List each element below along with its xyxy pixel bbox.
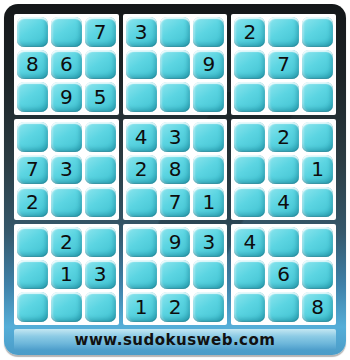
cell-r5c3[interactable]	[85, 155, 116, 185]
cell-r2c1[interactable]: 8	[17, 50, 48, 80]
cell-r3c3[interactable]: 5	[85, 82, 116, 112]
cell-r1c1[interactable]	[17, 17, 48, 47]
cell-r7c2[interactable]: 2	[51, 227, 82, 257]
cell-r8c4[interactable]	[126, 260, 157, 290]
cell-r7c1[interactable]	[17, 227, 48, 257]
cell-r8c2[interactable]: 1	[51, 260, 82, 290]
cell-r3c8[interactable]	[268, 82, 299, 112]
cell-r2c4[interactable]	[126, 50, 157, 80]
cell-r8c9[interactable]	[302, 260, 333, 290]
cell-r8c6[interactable]	[193, 260, 224, 290]
cell-r4c9[interactable]	[302, 122, 333, 152]
box-9: 468	[231, 224, 336, 325]
cell-r2c3[interactable]	[85, 50, 116, 80]
board-frame: 7869539277324328712142139312468 www.sudo…	[4, 4, 346, 355]
cell-r5c6[interactable]	[193, 155, 224, 185]
cell-r3c9[interactable]	[302, 82, 333, 112]
cell-r8c1[interactable]	[17, 260, 48, 290]
cell-r5c5[interactable]: 8	[160, 155, 191, 185]
cell-r6c3[interactable]	[85, 187, 116, 217]
cell-r1c7[interactable]: 2	[234, 17, 265, 47]
box-5: 432871	[123, 119, 228, 220]
sudoku-board: 7869539277324328712142139312468	[14, 14, 336, 325]
cell-r1c5[interactable]	[160, 17, 191, 47]
cell-r8c7[interactable]	[234, 260, 265, 290]
cell-r7c4[interactable]	[126, 227, 157, 257]
cell-r5c7[interactable]	[234, 155, 265, 185]
cell-r1c4[interactable]: 3	[126, 17, 157, 47]
cell-r7c8[interactable]	[268, 227, 299, 257]
cell-r7c6[interactable]: 3	[193, 227, 224, 257]
cell-r3c5[interactable]	[160, 82, 191, 112]
box-1: 78695	[14, 14, 119, 115]
cell-r4c7[interactable]	[234, 122, 265, 152]
cell-r9c4[interactable]: 1	[126, 292, 157, 322]
cell-r5c4[interactable]: 2	[126, 155, 157, 185]
cell-r9c3[interactable]	[85, 292, 116, 322]
box-4: 732	[14, 119, 119, 220]
site-link[interactable]: www.sudokusweb.com	[75, 331, 276, 349]
cell-r1c6[interactable]	[193, 17, 224, 47]
cell-r4c2[interactable]	[51, 122, 82, 152]
cell-r1c8[interactable]	[268, 17, 299, 47]
box-8: 9312	[123, 224, 228, 325]
cell-r1c2[interactable]	[51, 17, 82, 47]
cell-r6c6[interactable]: 1	[193, 187, 224, 217]
cell-r2c2[interactable]: 6	[51, 50, 82, 80]
cell-r6c9[interactable]	[302, 187, 333, 217]
cell-r4c8[interactable]: 2	[268, 122, 299, 152]
cell-r3c1[interactable]	[17, 82, 48, 112]
box-6: 214	[231, 119, 336, 220]
box-2: 39	[123, 14, 228, 115]
cell-r1c9[interactable]	[302, 17, 333, 47]
cell-r1c3[interactable]: 7	[85, 17, 116, 47]
cell-r7c5[interactable]: 9	[160, 227, 191, 257]
cell-r6c8[interactable]: 4	[268, 187, 299, 217]
cell-r3c2[interactable]: 9	[51, 82, 82, 112]
cell-r2c9[interactable]	[302, 50, 333, 80]
footer-strip: www.sudokusweb.com	[14, 329, 336, 350]
cell-r5c1[interactable]: 7	[17, 155, 48, 185]
cell-r4c6[interactable]	[193, 122, 224, 152]
cell-r7c3[interactable]	[85, 227, 116, 257]
cell-r9c8[interactable]	[268, 292, 299, 322]
cell-r6c4[interactable]	[126, 187, 157, 217]
cell-r9c5[interactable]: 2	[160, 292, 191, 322]
cell-r6c7[interactable]	[234, 187, 265, 217]
cell-r9c9[interactable]: 8	[302, 292, 333, 322]
cell-r6c5[interactable]: 7	[160, 187, 191, 217]
cell-r7c9[interactable]	[302, 227, 333, 257]
cell-r4c5[interactable]: 3	[160, 122, 191, 152]
cell-r4c4[interactable]: 4	[126, 122, 157, 152]
cell-r2c6[interactable]: 9	[193, 50, 224, 80]
cell-r9c2[interactable]	[51, 292, 82, 322]
cell-r8c5[interactable]	[160, 260, 191, 290]
cell-r4c1[interactable]	[17, 122, 48, 152]
cell-r2c7[interactable]	[234, 50, 265, 80]
cell-r6c1[interactable]: 2	[17, 187, 48, 217]
cell-r7c7[interactable]: 4	[234, 227, 265, 257]
cell-r8c3[interactable]: 3	[85, 260, 116, 290]
cell-r3c6[interactable]	[193, 82, 224, 112]
cell-r8c8[interactable]: 6	[268, 260, 299, 290]
cell-r9c7[interactable]	[234, 292, 265, 322]
cell-r5c8[interactable]	[268, 155, 299, 185]
cell-r9c1[interactable]	[17, 292, 48, 322]
cell-r3c4[interactable]	[126, 82, 157, 112]
cell-r5c2[interactable]: 3	[51, 155, 82, 185]
cell-r4c3[interactable]	[85, 122, 116, 152]
cell-r9c6[interactable]	[193, 292, 224, 322]
cell-r3c7[interactable]	[234, 82, 265, 112]
cell-r2c8[interactable]: 7	[268, 50, 299, 80]
box-3: 27	[231, 14, 336, 115]
cell-r6c2[interactable]	[51, 187, 82, 217]
cell-r2c5[interactable]	[160, 50, 191, 80]
cell-r5c9[interactable]: 1	[302, 155, 333, 185]
box-7: 213	[14, 224, 119, 325]
